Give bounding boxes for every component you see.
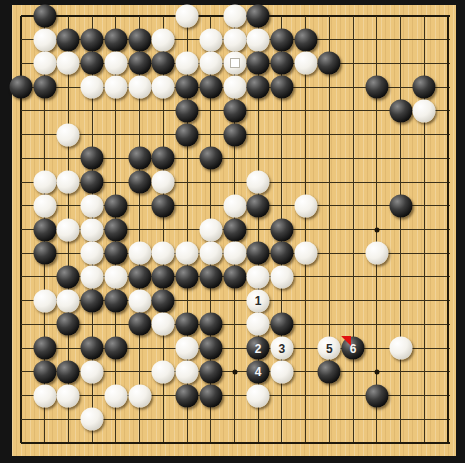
black-stone [128, 52, 151, 75]
black-stone [294, 28, 317, 51]
black-stone [199, 384, 222, 407]
white-stone [152, 76, 175, 99]
go-app-screenshot: { "game": "go", "board": { "size": 19, "… [0, 0, 465, 463]
white-stone [128, 289, 151, 312]
white-stone [247, 265, 270, 288]
black-stone [81, 171, 104, 194]
white-stone [81, 242, 104, 265]
white-stone [57, 218, 80, 241]
black-stone [247, 194, 270, 217]
black-stone [270, 313, 293, 336]
star-point [232, 369, 237, 374]
black-stone [81, 289, 104, 312]
white-stone [128, 76, 151, 99]
white-stone [57, 289, 80, 312]
black-stone [176, 313, 199, 336]
black-stone [389, 194, 412, 217]
black-stone [223, 265, 246, 288]
white-stone [33, 194, 56, 217]
square-marker [230, 58, 240, 68]
black-stone [81, 28, 104, 51]
white-stone [104, 52, 127, 75]
black-stone [176, 265, 199, 288]
white-stone [33, 289, 56, 312]
white-stone [81, 265, 104, 288]
white-stone [199, 28, 222, 51]
white-stone [270, 265, 293, 288]
black-stone [270, 52, 293, 75]
white-stone [81, 218, 104, 241]
black-stone [57, 28, 80, 51]
black-stone [365, 384, 388, 407]
white-stone [81, 408, 104, 431]
white-stone [33, 384, 56, 407]
white-stone [294, 194, 317, 217]
white-stone [152, 360, 175, 383]
black-stone [33, 242, 56, 265]
black-stone [104, 289, 127, 312]
black-stone [247, 242, 270, 265]
white-stone [104, 265, 127, 288]
white-stone [223, 28, 246, 51]
white-stone [81, 194, 104, 217]
grid-line-vertical [400, 16, 401, 443]
white-stone [33, 28, 56, 51]
white-stone [413, 99, 436, 122]
white-stone [247, 313, 270, 336]
black-stone [33, 337, 56, 360]
white-stone [152, 28, 175, 51]
white-stone [223, 242, 246, 265]
black-stone-move-2: 2 [247, 337, 270, 360]
grid-line-horizontal [21, 442, 450, 444]
white-stone-move-5: 5 [318, 337, 341, 360]
black-stone [128, 265, 151, 288]
black-stone [270, 28, 293, 51]
white-stone [104, 76, 127, 99]
white-stone [104, 384, 127, 407]
white-stone [247, 171, 270, 194]
black-stone [318, 360, 341, 383]
black-stone [176, 99, 199, 122]
black-stone [104, 242, 127, 265]
black-stone [33, 76, 56, 99]
white-stone [57, 52, 80, 75]
black-stone [199, 337, 222, 360]
black-stone [152, 147, 175, 170]
white-stone [199, 218, 222, 241]
star-point [374, 369, 379, 374]
black-stone [199, 265, 222, 288]
star-point [374, 227, 379, 232]
white-stone [57, 384, 80, 407]
black-stone [104, 194, 127, 217]
white-stone [247, 384, 270, 407]
go-board[interactable]: 123564 [12, 5, 456, 456]
white-stone [81, 76, 104, 99]
white-stone [223, 194, 246, 217]
black-stone [81, 147, 104, 170]
black-stone [81, 52, 104, 75]
black-stone [223, 99, 246, 122]
black-stone [199, 76, 222, 99]
white-stone [176, 242, 199, 265]
white-stone [389, 337, 412, 360]
black-stone [318, 52, 341, 75]
white-stone [152, 242, 175, 265]
white-stone-move-1: 1 [247, 289, 270, 312]
white-stone [176, 5, 199, 28]
black-stone [199, 360, 222, 383]
black-stone [104, 218, 127, 241]
white-stone [294, 52, 317, 75]
white-stone [33, 52, 56, 75]
black-stone [176, 123, 199, 146]
white-stone [176, 337, 199, 360]
black-stone [199, 313, 222, 336]
black-stone [223, 123, 246, 146]
black-stone [128, 171, 151, 194]
white-stone [270, 360, 293, 383]
white-stone [199, 52, 222, 75]
white-stone [176, 52, 199, 75]
black-stone [152, 289, 175, 312]
white-stone [128, 242, 151, 265]
black-stone [247, 52, 270, 75]
black-stone [176, 384, 199, 407]
white-stone [294, 242, 317, 265]
black-stone [223, 218, 246, 241]
black-stone [365, 76, 388, 99]
black-stone [81, 337, 104, 360]
grid-line-vertical [353, 16, 354, 443]
black-stone [152, 194, 175, 217]
black-stone [176, 76, 199, 99]
black-stone [413, 76, 436, 99]
black-stone [152, 52, 175, 75]
white-stone [247, 28, 270, 51]
white-stone [57, 123, 80, 146]
black-stone [57, 265, 80, 288]
black-stone [270, 218, 293, 241]
black-stone [128, 28, 151, 51]
black-stone [389, 99, 412, 122]
white-stone [152, 171, 175, 194]
black-stone [104, 28, 127, 51]
black-stone [104, 337, 127, 360]
white-stone [33, 171, 56, 194]
grid-line-horizontal [21, 324, 450, 325]
white-stone [152, 313, 175, 336]
black-stone [270, 76, 293, 99]
black-stone [10, 76, 33, 99]
grid-line-vertical [447, 16, 449, 443]
black-stone [33, 360, 56, 383]
black-stone [270, 242, 293, 265]
white-stone [176, 360, 199, 383]
white-stone [81, 360, 104, 383]
grid-line-vertical [305, 16, 306, 443]
black-stone [152, 265, 175, 288]
white-stone [223, 76, 246, 99]
black-stone [199, 147, 222, 170]
white-stone [128, 384, 151, 407]
white-stone [223, 5, 246, 28]
black-stone [247, 76, 270, 99]
black-stone-move-4: 4 [247, 360, 270, 383]
black-stone [128, 147, 151, 170]
black-stone [128, 313, 151, 336]
black-stone [33, 5, 56, 28]
white-stone [57, 171, 80, 194]
black-stone [247, 5, 270, 28]
white-stone [365, 242, 388, 265]
white-stone [199, 242, 222, 265]
black-stone [57, 360, 80, 383]
black-stone [33, 218, 56, 241]
white-stone-move-3: 3 [270, 337, 293, 360]
black-stone [57, 313, 80, 336]
